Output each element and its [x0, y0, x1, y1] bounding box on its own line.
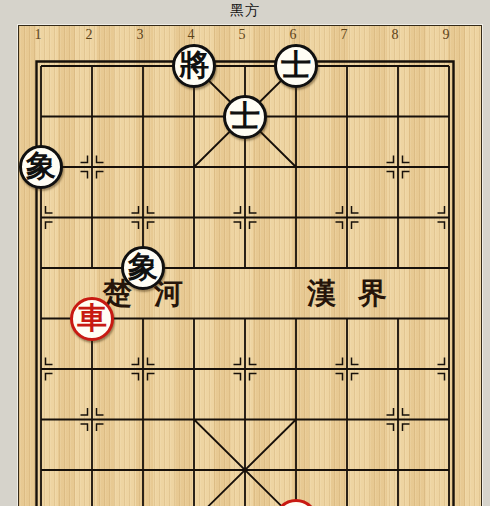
app-window: 黑方 123456789 楚河漢界 將士士象象車: [0, 0, 490, 506]
piece-glyph: 車: [77, 303, 107, 333]
piece-glyph: 象: [26, 151, 56, 181]
piece-glyph: 士: [230, 101, 260, 131]
piece-black-elephant-f1r3[interactable]: 象: [19, 145, 63, 189]
piece-glyph: 士: [281, 50, 311, 80]
piece-black-advisor-f6r1[interactable]: 士: [274, 44, 318, 88]
xiangqi-board[interactable]: 123456789 楚河漢界 將士士象象車: [18, 25, 482, 506]
side-label-black: 黑方: [0, 2, 490, 20]
piece-black-general-f4r1[interactable]: 將: [172, 44, 216, 88]
piece-glyph: 象: [128, 252, 158, 282]
piece-glyph: 將: [179, 50, 209, 80]
piece-red-chariot-f2r6[interactable]: 車: [70, 297, 114, 341]
piece-grid: 將士士象象車: [18, 41, 475, 506]
piece-black-advisor-f5r2[interactable]: 士: [223, 95, 267, 139]
piece-black-elephant-f3r5[interactable]: 象: [121, 246, 165, 290]
piece-red-piece-cut-off-f6r10[interactable]: [274, 499, 318, 506]
